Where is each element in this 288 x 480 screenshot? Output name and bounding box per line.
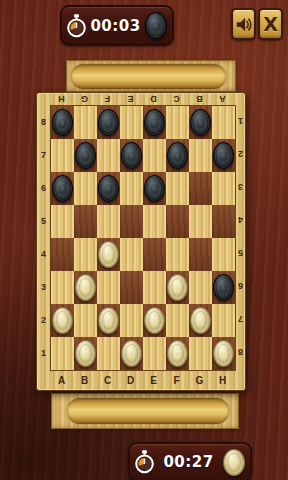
- coord-label-F: F: [165, 370, 188, 391]
- piece-tray-bottom: [51, 393, 239, 429]
- square-H8[interactable]: [212, 106, 235, 139]
- square-C6[interactable]: [97, 172, 120, 205]
- piece-ring: [102, 245, 115, 264]
- piece-ring: [102, 311, 115, 330]
- stopwatch-icon: [135, 450, 154, 474]
- coord-label-7: 7: [37, 138, 50, 171]
- square-E7[interactable]: [143, 139, 166, 172]
- square-H2[interactable]: [212, 304, 235, 337]
- timer-panel-dark: 00:03: [60, 5, 174, 46]
- square-H5[interactable]: [212, 205, 235, 238]
- piece-ring: [217, 344, 230, 363]
- square-G2[interactable]: [189, 304, 212, 337]
- square-H6[interactable]: [212, 172, 235, 205]
- square-B7[interactable]: [74, 139, 97, 172]
- piece-light-B1[interactable]: [75, 340, 96, 367]
- piece-ring: [227, 453, 241, 472]
- coord-label-8: 8: [37, 105, 50, 138]
- piece-dark-A8[interactable]: [52, 109, 73, 136]
- square-F1[interactable]: [166, 337, 189, 370]
- coord-label-G: G: [188, 370, 211, 391]
- piece-light-H1[interactable]: [213, 340, 234, 367]
- square-H4[interactable]: [212, 238, 235, 271]
- piece-light-F1[interactable]: [167, 340, 188, 367]
- square-B4[interactable]: [74, 238, 97, 271]
- square-B6[interactable]: [74, 172, 97, 205]
- square-A5[interactable]: [51, 205, 74, 238]
- piece-light-F3[interactable]: [167, 274, 188, 301]
- square-F5[interactable]: [166, 205, 189, 238]
- left-labels: 87654321: [37, 105, 50, 369]
- piece-dark-B7[interactable]: [75, 142, 96, 169]
- coord-label-E: E: [119, 93, 142, 105]
- coord-label-1: 1: [37, 336, 50, 369]
- sound-button[interactable]: [231, 8, 256, 40]
- square-B8[interactable]: [74, 106, 97, 139]
- square-F8[interactable]: [166, 106, 189, 139]
- square-G5[interactable]: [189, 205, 212, 238]
- coord-label-G: G: [73, 93, 96, 105]
- coord-label-D: D: [119, 370, 142, 391]
- piece-ring: [79, 146, 92, 165]
- piece-ring: [171, 278, 184, 297]
- coord-label-3: 3: [37, 270, 50, 303]
- square-B3[interactable]: [74, 271, 97, 304]
- square-A6[interactable]: [51, 172, 74, 205]
- top-labels: HGFEDCBA: [50, 93, 234, 105]
- close-button[interactable]: X: [258, 8, 283, 40]
- square-H1[interactable]: [212, 337, 235, 370]
- piece-light-A2[interactable]: [52, 307, 73, 334]
- piece-ring: [171, 344, 184, 363]
- piece-dark-A6[interactable]: [52, 175, 73, 202]
- coord-label-E: E: [142, 370, 165, 391]
- square-A1[interactable]: [51, 337, 74, 370]
- piece-ring: [79, 344, 92, 363]
- coord-label-B: B: [188, 93, 211, 105]
- square-B1[interactable]: [74, 337, 97, 370]
- piece-light-C4[interactable]: [98, 241, 119, 268]
- tray-bar: [71, 64, 226, 89]
- piece-dark-E6[interactable]: [144, 175, 165, 202]
- coord-label-A: A: [211, 93, 234, 105]
- square-D5[interactable]: [120, 205, 143, 238]
- square-G1[interactable]: [189, 337, 212, 370]
- piece-dark-F7[interactable]: [167, 142, 188, 169]
- square-D6[interactable]: [120, 172, 143, 205]
- game-screen: 00:03 X HGFEDCBA ABCDEFGH 87654321 12345…: [0, 0, 288, 480]
- coord-label-D: D: [142, 93, 165, 105]
- square-C1[interactable]: [97, 337, 120, 370]
- coord-label-C: C: [165, 93, 188, 105]
- stopwatch-icon: [67, 14, 86, 38]
- coord-label-H: H: [50, 93, 73, 105]
- piece-ring: [148, 311, 161, 330]
- piece-dark-H3[interactable]: [213, 274, 234, 301]
- piece-light-C2[interactable]: [98, 307, 119, 334]
- piece-ring: [149, 16, 163, 35]
- piece-dark-E8[interactable]: [144, 109, 165, 136]
- tray-bar: [67, 398, 229, 424]
- square-E8[interactable]: [143, 106, 166, 139]
- speaker-icon: [234, 15, 253, 34]
- square-C7[interactable]: [97, 139, 120, 172]
- square-G4[interactable]: [189, 238, 212, 271]
- light-player-piece-icon: [223, 449, 245, 476]
- piece-ring: [194, 311, 207, 330]
- piece-ring: [125, 146, 138, 165]
- piece-ring: [79, 278, 92, 297]
- piece-ring: [56, 311, 69, 330]
- square-C4[interactable]: [97, 238, 120, 271]
- bottom-labels: ABCDEFGH: [50, 370, 234, 391]
- coord-label-6: 6: [37, 171, 50, 204]
- board-frame: HGFEDCBA ABCDEFGH 87654321 12345678: [36, 92, 246, 391]
- coord-label-4: 4: [37, 237, 50, 270]
- square-C2[interactable]: [97, 304, 120, 337]
- square-D4[interactable]: [120, 238, 143, 271]
- square-B5[interactable]: [74, 205, 97, 238]
- square-A7[interactable]: [51, 139, 74, 172]
- square-C8[interactable]: [97, 106, 120, 139]
- square-F2[interactable]: [166, 304, 189, 337]
- square-E5[interactable]: [143, 205, 166, 238]
- square-H3[interactable]: [212, 271, 235, 304]
- piece-light-D1[interactable]: [121, 340, 142, 367]
- square-A8[interactable]: [51, 106, 74, 139]
- piece-ring: [171, 146, 184, 165]
- coord-label-F: F: [96, 93, 119, 105]
- square-D1[interactable]: [120, 337, 143, 370]
- square-A3[interactable]: [51, 271, 74, 304]
- square-D2[interactable]: [120, 304, 143, 337]
- piece-ring: [148, 179, 161, 198]
- piece-dark-D7[interactable]: [121, 142, 142, 169]
- square-G8[interactable]: [189, 106, 212, 139]
- square-A2[interactable]: [51, 304, 74, 337]
- square-E6[interactable]: [143, 172, 166, 205]
- piece-ring: [56, 179, 69, 198]
- piece-ring: [217, 278, 230, 297]
- square-A4[interactable]: [51, 238, 74, 271]
- coord-label-C: C: [96, 370, 119, 391]
- square-G6[interactable]: [189, 172, 212, 205]
- piece-ring: [125, 344, 138, 363]
- piece-dark-C6[interactable]: [98, 175, 119, 202]
- square-E4[interactable]: [143, 238, 166, 271]
- close-icon: X: [263, 13, 278, 35]
- square-F4[interactable]: [166, 238, 189, 271]
- dark-player-piece-icon: [145, 12, 167, 39]
- piece-light-G2[interactable]: [190, 307, 211, 334]
- coord-label-B: B: [73, 370, 96, 391]
- coord-label-2: 2: [37, 303, 50, 336]
- piece-ring: [148, 113, 161, 132]
- square-H7[interactable]: [212, 139, 235, 172]
- timer-value-dark: 00:03: [90, 17, 141, 35]
- piece-dark-H7[interactable]: [213, 142, 234, 169]
- square-F7[interactable]: [166, 139, 189, 172]
- piece-dark-C8[interactable]: [98, 109, 119, 136]
- piece-ring: [194, 113, 207, 132]
- square-D3[interactable]: [120, 271, 143, 304]
- square-F6[interactable]: [166, 172, 189, 205]
- piece-light-B3[interactable]: [75, 274, 96, 301]
- square-B2[interactable]: [74, 304, 97, 337]
- coord-label-H: H: [211, 370, 234, 391]
- square-E1[interactable]: [143, 337, 166, 370]
- piece-ring: [217, 146, 230, 165]
- square-G3[interactable]: [189, 271, 212, 304]
- piece-ring: [56, 113, 69, 132]
- piece-ring: [102, 179, 115, 198]
- piece-dark-G8[interactable]: [190, 109, 211, 136]
- coord-label-A: A: [50, 370, 73, 391]
- timer-panel-light: 00:27: [128, 442, 252, 480]
- square-E2[interactable]: [143, 304, 166, 337]
- square-G7[interactable]: [189, 139, 212, 172]
- board-grid: [50, 105, 236, 371]
- timer-value-light: 00:27: [158, 453, 219, 471]
- square-D7[interactable]: [120, 139, 143, 172]
- piece-tray-top: [66, 60, 236, 92]
- square-C3[interactable]: [97, 271, 120, 304]
- piece-light-E2[interactable]: [144, 307, 165, 334]
- square-D8[interactable]: [120, 106, 143, 139]
- piece-ring: [102, 113, 115, 132]
- square-F3[interactable]: [166, 271, 189, 304]
- square-E3[interactable]: [143, 271, 166, 304]
- square-C5[interactable]: [97, 205, 120, 238]
- coord-label-5: 5: [37, 204, 50, 237]
